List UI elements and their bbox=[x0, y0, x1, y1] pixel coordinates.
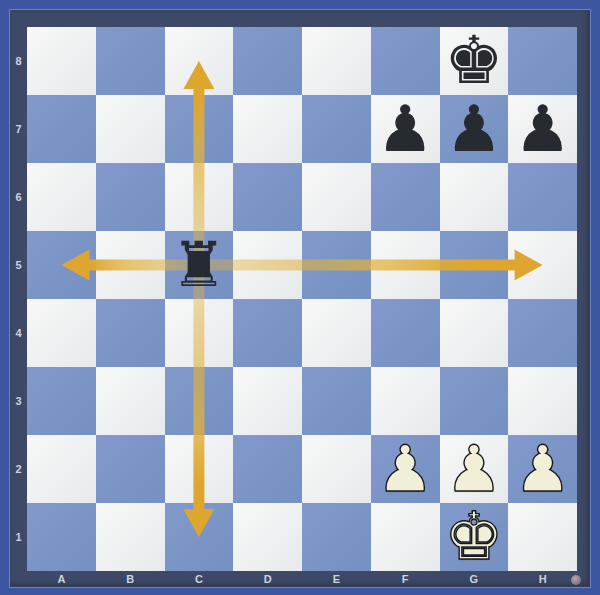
rank-label-7: 7 bbox=[10, 95, 27, 163]
rank-label-5: 5 bbox=[10, 231, 27, 299]
rank-label-3: 3 bbox=[10, 367, 27, 435]
piece-black-pawn-f7[interactable]: ♟ bbox=[371, 95, 440, 163]
file-label-f: F bbox=[371, 571, 440, 587]
square-d6[interactable] bbox=[233, 163, 302, 231]
file-label-c: C bbox=[165, 571, 234, 587]
square-b1[interactable] bbox=[96, 503, 165, 571]
square-h5[interactable] bbox=[508, 231, 577, 299]
file-label-e: E bbox=[302, 571, 371, 587]
square-c8[interactable] bbox=[165, 27, 234, 95]
piece-black-pawn-h7[interactable]: ♟ bbox=[508, 95, 577, 163]
square-c6[interactable] bbox=[165, 163, 234, 231]
square-e6[interactable] bbox=[302, 163, 371, 231]
square-f1[interactable] bbox=[371, 503, 440, 571]
square-a3[interactable] bbox=[27, 367, 96, 435]
square-a2[interactable] bbox=[27, 435, 96, 503]
rank-label-8: 8 bbox=[10, 27, 27, 95]
square-e3[interactable] bbox=[302, 367, 371, 435]
square-d8[interactable] bbox=[233, 27, 302, 95]
piece-black-king-g8[interactable]: ♚ bbox=[440, 27, 509, 95]
rank-label-6: 6 bbox=[10, 163, 27, 231]
square-b4[interactable] bbox=[96, 299, 165, 367]
square-b8[interactable] bbox=[96, 27, 165, 95]
square-d5[interactable] bbox=[233, 231, 302, 299]
square-b6[interactable] bbox=[96, 163, 165, 231]
piece-black-rook-c5[interactable]: ♜ bbox=[165, 231, 234, 299]
file-label-h: H bbox=[508, 571, 577, 587]
square-b7[interactable] bbox=[96, 95, 165, 163]
rank-label-2: 2 bbox=[10, 435, 27, 503]
square-a7[interactable] bbox=[27, 95, 96, 163]
square-h6[interactable] bbox=[508, 163, 577, 231]
square-c1[interactable] bbox=[165, 503, 234, 571]
square-b2[interactable] bbox=[96, 435, 165, 503]
rank-labels: 87654321 bbox=[10, 27, 27, 571]
square-a5[interactable] bbox=[27, 231, 96, 299]
square-h1[interactable] bbox=[508, 503, 577, 571]
piece-white-pawn-h2[interactable]: ♟ bbox=[508, 435, 577, 503]
piece-black-pawn-g7[interactable]: ♟ bbox=[440, 95, 509, 163]
square-d2[interactable] bbox=[233, 435, 302, 503]
square-g4[interactable] bbox=[440, 299, 509, 367]
square-a1[interactable] bbox=[27, 503, 96, 571]
square-e1[interactable] bbox=[302, 503, 371, 571]
chess-app-window: ♚♟♟♟♜♟♟♟♚ 87654321 ABCDEFGH bbox=[0, 0, 600, 595]
file-labels: ABCDEFGH bbox=[27, 571, 577, 587]
square-g5[interactable] bbox=[440, 231, 509, 299]
file-label-d: D bbox=[233, 571, 302, 587]
square-d4[interactable] bbox=[233, 299, 302, 367]
square-f4[interactable] bbox=[371, 299, 440, 367]
square-e8[interactable] bbox=[302, 27, 371, 95]
file-label-g: G bbox=[440, 571, 509, 587]
square-e7[interactable] bbox=[302, 95, 371, 163]
square-c2[interactable] bbox=[165, 435, 234, 503]
piece-white-pawn-g2[interactable]: ♟ bbox=[440, 435, 509, 503]
square-f6[interactable] bbox=[371, 163, 440, 231]
square-b3[interactable] bbox=[96, 367, 165, 435]
square-b5[interactable] bbox=[96, 231, 165, 299]
square-e2[interactable] bbox=[302, 435, 371, 503]
square-d7[interactable] bbox=[233, 95, 302, 163]
square-a4[interactable] bbox=[27, 299, 96, 367]
square-c7[interactable] bbox=[165, 95, 234, 163]
square-e5[interactable] bbox=[302, 231, 371, 299]
piece-white-pawn-f2[interactable]: ♟ bbox=[371, 435, 440, 503]
square-g6[interactable] bbox=[440, 163, 509, 231]
file-label-b: B bbox=[96, 571, 165, 587]
square-a6[interactable] bbox=[27, 163, 96, 231]
square-h8[interactable] bbox=[508, 27, 577, 95]
piece-white-king-g1[interactable]: ♚ bbox=[440, 503, 509, 571]
square-h4[interactable] bbox=[508, 299, 577, 367]
rank-label-4: 4 bbox=[10, 299, 27, 367]
square-g3[interactable] bbox=[440, 367, 509, 435]
square-f5[interactable] bbox=[371, 231, 440, 299]
rank-label-1: 1 bbox=[10, 503, 27, 571]
square-d1[interactable] bbox=[233, 503, 302, 571]
file-label-a: A bbox=[27, 571, 96, 587]
corner-dot bbox=[571, 575, 581, 585]
square-f8[interactable] bbox=[371, 27, 440, 95]
square-a8[interactable] bbox=[27, 27, 96, 95]
square-c3[interactable] bbox=[165, 367, 234, 435]
square-e4[interactable] bbox=[302, 299, 371, 367]
square-d3[interactable] bbox=[233, 367, 302, 435]
square-h3[interactable] bbox=[508, 367, 577, 435]
square-f3[interactable] bbox=[371, 367, 440, 435]
square-c4[interactable] bbox=[165, 299, 234, 367]
